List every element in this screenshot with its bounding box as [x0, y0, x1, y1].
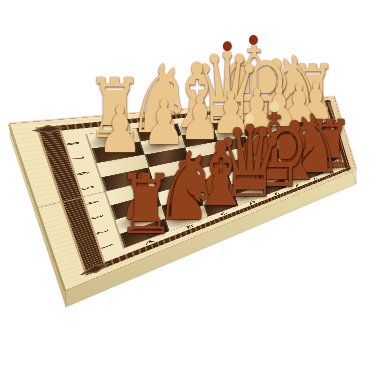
piece-dark-rook-a1[interactable]: ♜: [109, 163, 183, 246]
chess-pawn-icon: ♟: [97, 97, 142, 162]
chess-rook-icon: ♜: [117, 163, 175, 246]
chess-set-photo: ABCDEFGH 87654321 ♜♞♝♛♚♝♞♜♟♟♟♟♟♟♟♟♟♟♟♟♟♟…: [0, 0, 371, 371]
piece-light-pawn-a7[interactable]: ♟: [91, 97, 149, 162]
